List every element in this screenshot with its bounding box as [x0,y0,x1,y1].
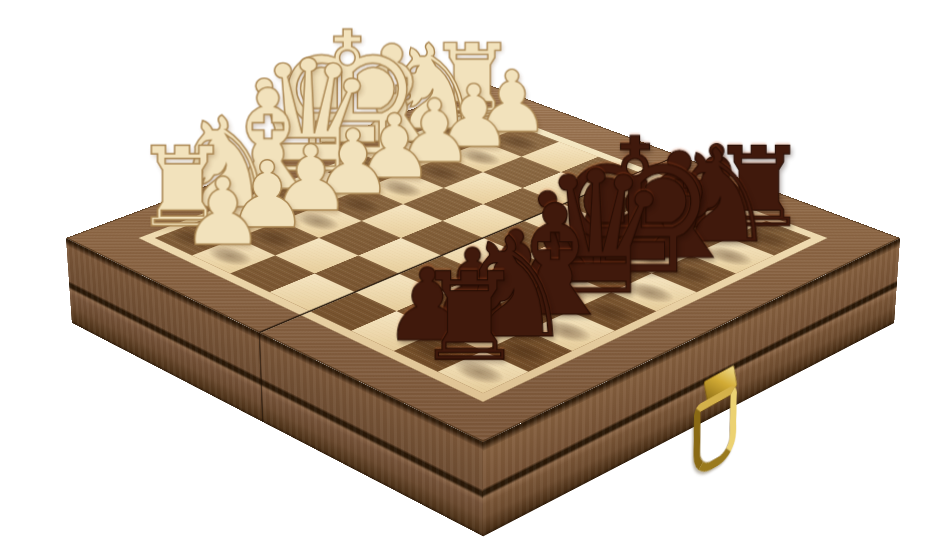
folding-chess-box: ♜♟♟♜♞♟♟♞♝♟♟♝♚♟♟♚♛♟♟♛♝♟♟♝♞♟♟♞♜♟♟♜ [66,83,900,442]
box-top-surface: ♜♟♟♜♞♟♟♞♝♟♟♝♚♟♟♚♛♟♟♛♝♟♟♝♞♟♟♞♜♟♟♜ [66,83,900,442]
piece-white-pawn: ♟ [142,166,305,260]
product-photo-canvas: ♜♟♟♜♞♟♟♞♝♟♟♝♚♟♟♚♛♟♟♛♝♟♟♝♞♟♟♞♜♟♟♜ [0,0,925,546]
clasp-d-ring [693,383,737,480]
square-a2: ♟ [192,238,275,274]
piece-black-rook: ♜ [382,256,559,378]
brass-clasp [697,357,741,499]
